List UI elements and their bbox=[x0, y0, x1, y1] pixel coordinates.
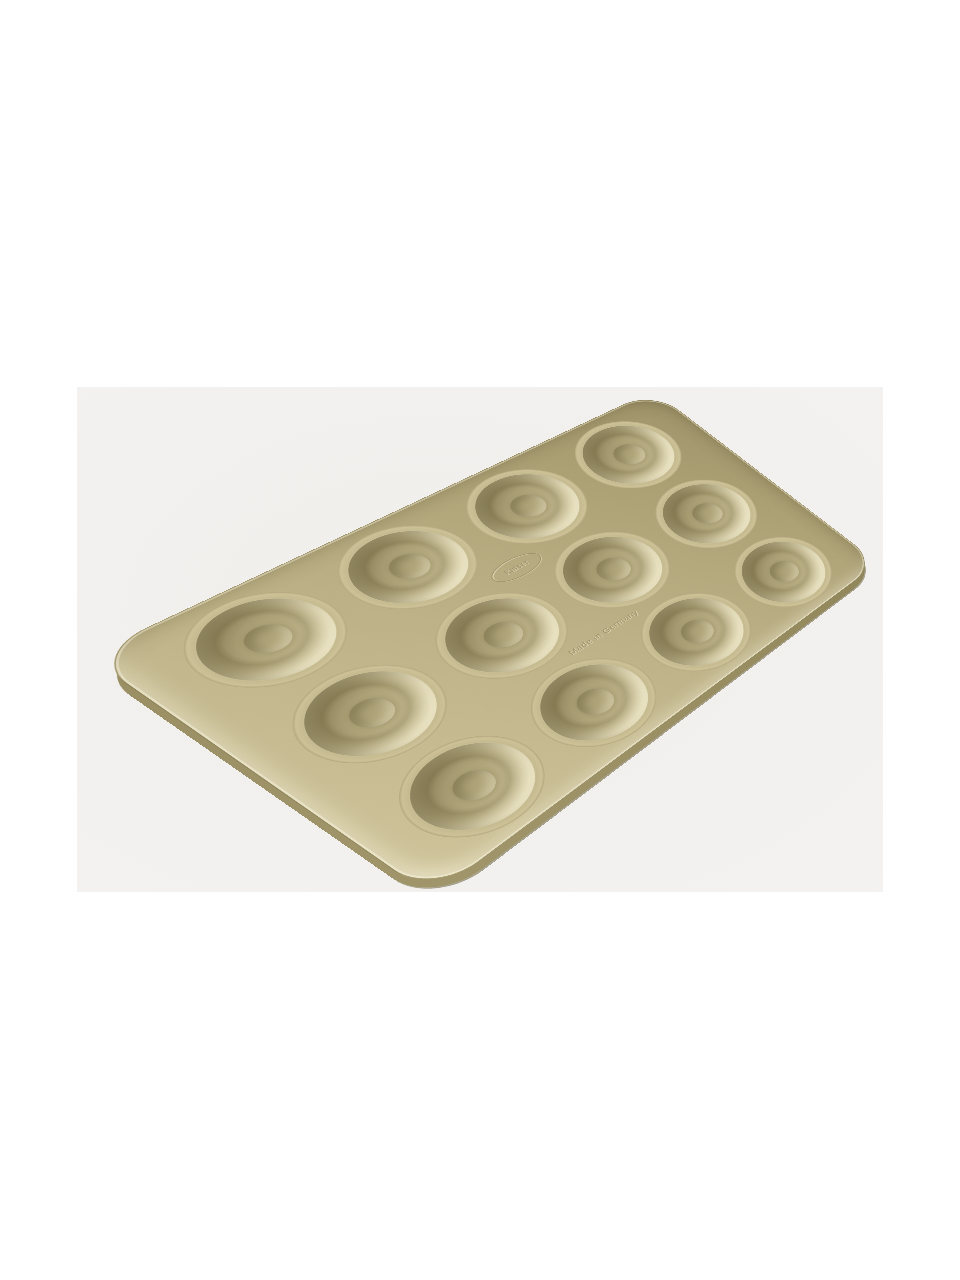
cup-bottom bbox=[590, 553, 638, 585]
cup-cavity bbox=[644, 473, 768, 556]
cup-cavity bbox=[724, 530, 842, 615]
cup-bottom bbox=[381, 549, 438, 584]
cup-bottom bbox=[675, 615, 720, 647]
cup-bottom bbox=[476, 617, 530, 653]
cup-bottom bbox=[503, 491, 553, 522]
cup-bottom bbox=[569, 684, 621, 721]
cup-cavity bbox=[563, 415, 693, 496]
brand-stamp: Kaiser bbox=[484, 548, 549, 587]
page-background: Kaiser Made in Germany bbox=[0, 0, 960, 1280]
cup-bottom bbox=[764, 557, 804, 586]
cup-bottom bbox=[235, 619, 301, 658]
cup-bottom bbox=[341, 693, 404, 734]
cup-bottom bbox=[686, 499, 728, 527]
cup-bottom bbox=[444, 765, 504, 807]
cup-bottom bbox=[607, 441, 651, 469]
brand-stamp-text: Kaiser bbox=[502, 559, 531, 576]
